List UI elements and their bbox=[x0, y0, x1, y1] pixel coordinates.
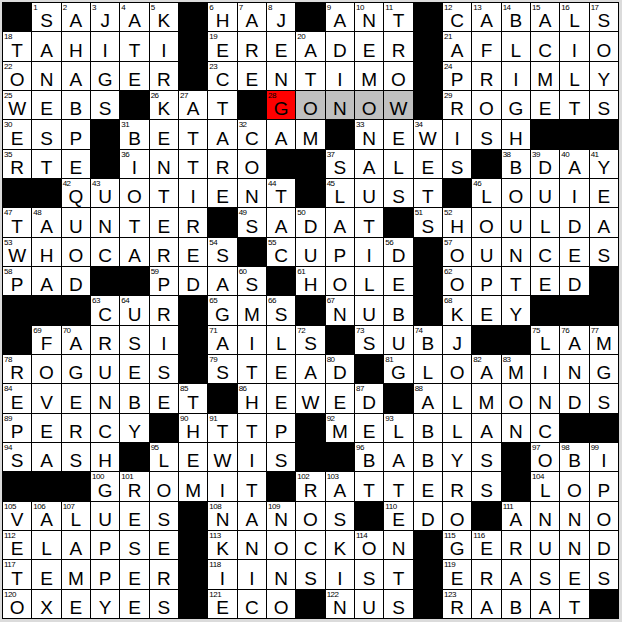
grid-cell[interactable]: 89P bbox=[3, 414, 31, 442]
grid-cell[interactable]: 101R bbox=[120, 472, 148, 500]
grid-cell[interactable]: A bbox=[32, 32, 60, 60]
grid-cell[interactable]: 108N bbox=[208, 502, 236, 530]
grid-cell[interactable]: 13A bbox=[472, 3, 500, 31]
grid-cell[interactable]: 24P bbox=[443, 62, 471, 90]
grid-cell[interactable]: 57O bbox=[443, 238, 471, 266]
grid-cell[interactable]: 31B bbox=[120, 120, 148, 148]
grid-cell[interactable]: K bbox=[326, 531, 354, 559]
grid-cell[interactable]: E bbox=[414, 472, 442, 500]
grid-cell[interactable]: E bbox=[120, 355, 148, 383]
grid-cell[interactable]: 23C bbox=[208, 62, 236, 90]
grid-cell[interactable]: P bbox=[91, 531, 119, 559]
grid-cell[interactable]: C bbox=[531, 414, 559, 442]
grid-cell[interactable]: N bbox=[531, 384, 559, 412]
grid-cell[interactable]: T bbox=[238, 355, 266, 383]
grid-cell[interactable]: E bbox=[150, 120, 178, 148]
grid-cell[interactable]: 81G bbox=[384, 355, 412, 383]
grid-cell[interactable]: 17S bbox=[590, 3, 618, 31]
grid-cell[interactable]: 43U bbox=[91, 179, 119, 207]
grid-cell[interactable]: R bbox=[150, 560, 178, 588]
grid-cell[interactable]: V bbox=[32, 384, 60, 412]
grid-cell[interactable]: E bbox=[267, 355, 295, 383]
grid-cell[interactable]: N bbox=[502, 414, 530, 442]
grid-cell[interactable]: D bbox=[560, 267, 588, 295]
grid-cell[interactable]: E bbox=[414, 150, 442, 178]
grid-cell[interactable]: 71A bbox=[208, 326, 236, 354]
grid-cell[interactable]: I bbox=[150, 326, 178, 354]
grid-cell[interactable]: D bbox=[326, 32, 354, 60]
grid-cell[interactable]: S bbox=[472, 443, 500, 471]
grid-cell[interactable]: 33N bbox=[355, 120, 383, 148]
grid-cell[interactable]: T bbox=[355, 472, 383, 500]
grid-cell[interactable]: O bbox=[120, 179, 148, 207]
grid-cell[interactable]: 113K bbox=[208, 531, 236, 559]
grid-cell[interactable]: O bbox=[443, 355, 471, 383]
grid-cell[interactable]: 106A bbox=[32, 502, 60, 530]
grid-cell[interactable]: U bbox=[296, 238, 324, 266]
grid-cell[interactable]: 92M bbox=[326, 414, 354, 442]
grid-cell[interactable]: E bbox=[120, 560, 148, 588]
grid-cell[interactable]: T bbox=[238, 472, 266, 500]
grid-cell[interactable]: T bbox=[384, 472, 412, 500]
grid-cell[interactable]: D bbox=[414, 502, 442, 530]
grid-cell[interactable]: E bbox=[208, 179, 236, 207]
grid-cell[interactable]: 64U bbox=[120, 296, 148, 324]
grid-cell[interactable]: G bbox=[590, 355, 618, 383]
grid-cell[interactable]: S bbox=[150, 502, 178, 530]
grid-cell[interactable]: D bbox=[560, 208, 588, 236]
grid-cell[interactable]: R bbox=[208, 150, 236, 178]
grid-cell[interactable]: O bbox=[502, 384, 530, 412]
grid-cell[interactable]: 117T bbox=[3, 560, 31, 588]
grid-cell[interactable]: E bbox=[384, 267, 412, 295]
grid-cell[interactable]: O bbox=[560, 472, 588, 500]
grid-cell[interactable]: 104L bbox=[531, 472, 559, 500]
grid-cell[interactable]: T bbox=[150, 179, 178, 207]
grid-cell[interactable]: Y bbox=[91, 590, 119, 618]
grid-cell[interactable]: S bbox=[590, 384, 618, 412]
grid-cell[interactable]: T bbox=[384, 560, 412, 588]
grid-cell[interactable]: T bbox=[355, 208, 383, 236]
grid-cell[interactable]: B bbox=[502, 590, 530, 618]
grid-cell[interactable]: 103A bbox=[326, 472, 354, 500]
grid-cell[interactable]: 15A bbox=[531, 3, 559, 31]
grid-cell[interactable]: S bbox=[472, 472, 500, 500]
grid-cell[interactable]: 87D bbox=[355, 384, 383, 412]
grid-cell[interactable]: N bbox=[91, 384, 119, 412]
grid-cell[interactable]: 2A bbox=[62, 3, 90, 31]
grid-cell[interactable]: U bbox=[472, 238, 500, 266]
grid-cell[interactable]: 45L bbox=[326, 179, 354, 207]
grid-cell[interactable]: 70A bbox=[62, 326, 90, 354]
grid-cell[interactable]: E bbox=[120, 590, 148, 618]
grid-cell[interactable]: H bbox=[32, 238, 60, 266]
grid-cell[interactable]: 118I bbox=[208, 560, 236, 588]
grid-cell[interactable]: A bbox=[502, 560, 530, 588]
selected-cell[interactable]: 28G bbox=[267, 91, 295, 119]
grid-cell[interactable]: T bbox=[296, 62, 324, 90]
grid-cell[interactable]: B bbox=[414, 414, 442, 442]
grid-cell[interactable]: W bbox=[296, 384, 324, 412]
grid-cell[interactable]: T bbox=[32, 150, 60, 178]
grid-cell[interactable]: C bbox=[91, 238, 119, 266]
grid-cell[interactable]: A bbox=[472, 414, 500, 442]
grid-cell[interactable]: U bbox=[384, 326, 412, 354]
grid-cell[interactable]: R bbox=[238, 32, 266, 60]
grid-cell[interactable]: E bbox=[32, 414, 60, 442]
grid-cell[interactable]: W bbox=[208, 443, 236, 471]
grid-cell[interactable]: 95L bbox=[150, 443, 178, 471]
grid-cell[interactable]: 109N bbox=[267, 502, 295, 530]
grid-cell[interactable]: 30E bbox=[3, 120, 31, 148]
grid-cell[interactable]: 98B bbox=[560, 443, 588, 471]
grid-cell[interactable]: T bbox=[179, 120, 207, 148]
grid-cell[interactable]: U bbox=[91, 355, 119, 383]
grid-cell[interactable]: N bbox=[267, 560, 295, 588]
grid-cell[interactable]: C bbox=[238, 590, 266, 618]
grid-cell[interactable]: 53W bbox=[3, 238, 31, 266]
grid-cell[interactable]: S bbox=[326, 502, 354, 530]
grid-cell[interactable]: N bbox=[384, 531, 412, 559]
grid-cell[interactable]: N bbox=[502, 238, 530, 266]
grid-cell[interactable]: 56D bbox=[384, 238, 412, 266]
grid-cell[interactable]: I bbox=[238, 443, 266, 471]
grid-cell[interactable]: F bbox=[472, 32, 500, 60]
grid-cell[interactable]: R bbox=[384, 32, 412, 60]
grid-cell[interactable]: P bbox=[472, 267, 500, 295]
grid-cell[interactable]: U bbox=[355, 179, 383, 207]
grid-cell[interactable]: G bbox=[62, 355, 90, 383]
grid-cell[interactable]: N bbox=[150, 150, 178, 178]
grid-cell[interactable]: I bbox=[208, 472, 236, 500]
grid-cell[interactable]: E bbox=[150, 208, 178, 236]
grid-cell[interactable]: 84E bbox=[3, 384, 31, 412]
grid-cell[interactable]: C bbox=[531, 32, 559, 60]
grid-cell[interactable]: 96B bbox=[355, 443, 383, 471]
grid-cell[interactable]: O bbox=[590, 32, 618, 60]
grid-cell[interactable]: I bbox=[326, 62, 354, 90]
grid-cell[interactable]: M bbox=[531, 62, 559, 90]
grid-cell[interactable]: Y bbox=[590, 62, 618, 90]
grid-cell[interactable]: I bbox=[443, 120, 471, 148]
grid-cell[interactable]: 60S bbox=[238, 267, 266, 295]
grid-cell[interactable]: P bbox=[91, 560, 119, 588]
grid-cell[interactable]: E bbox=[150, 384, 178, 412]
grid-cell[interactable]: 90H bbox=[179, 414, 207, 442]
grid-cell[interactable]: S bbox=[590, 560, 618, 588]
grid-cell[interactable]: R bbox=[443, 472, 471, 500]
grid-cell[interactable]: O bbox=[238, 150, 266, 178]
grid-cell[interactable]: E bbox=[267, 384, 295, 412]
grid-cell[interactable]: E bbox=[355, 414, 383, 442]
grid-cell[interactable]: 114O bbox=[355, 531, 383, 559]
grid-cell[interactable]: 36I bbox=[120, 150, 148, 178]
grid-cell[interactable]: M bbox=[296, 120, 324, 148]
grid-cell[interactable]: 68K bbox=[443, 296, 471, 324]
grid-cell[interactable]: 62O bbox=[443, 267, 471, 295]
grid-cell[interactable]: A bbox=[208, 120, 236, 148]
grid-cell[interactable]: 72S bbox=[296, 326, 324, 354]
grid-cell[interactable]: 65G bbox=[208, 296, 236, 324]
grid-cell[interactable]: B bbox=[120, 384, 148, 412]
grid-cell[interactable]: 99I bbox=[590, 443, 618, 471]
grid-cell[interactable]: S bbox=[267, 443, 295, 471]
grid-cell[interactable]: S bbox=[150, 355, 178, 383]
grid-cell[interactable]: M bbox=[62, 560, 90, 588]
grid-cell[interactable]: O bbox=[502, 179, 530, 207]
grid-cell[interactable]: T bbox=[414, 179, 442, 207]
grid-cell[interactable]: 91T bbox=[208, 414, 236, 442]
grid-cell[interactable]: 74B bbox=[414, 326, 442, 354]
grid-cell[interactable]: 25W bbox=[3, 91, 31, 119]
grid-cell[interactable]: U bbox=[531, 531, 559, 559]
grid-cell[interactable]: E bbox=[238, 62, 266, 90]
grid-cell[interactable]: H bbox=[502, 120, 530, 148]
grid-cell[interactable]: 39D bbox=[531, 150, 559, 178]
grid-cell[interactable]: T bbox=[179, 150, 207, 178]
grid-cell[interactable]: E bbox=[62, 384, 90, 412]
grid-cell[interactable]: E bbox=[62, 150, 90, 178]
grid-cell[interactable]: 102R bbox=[296, 472, 324, 500]
grid-cell[interactable]: E bbox=[32, 91, 60, 119]
grid-cell[interactable]: 7A bbox=[238, 3, 266, 31]
grid-cell[interactable]: A bbox=[62, 62, 90, 90]
grid-cell[interactable]: 32C bbox=[238, 120, 266, 148]
grid-cell[interactable]: N bbox=[531, 502, 559, 530]
grid-cell[interactable]: 12C bbox=[443, 3, 471, 31]
grid-cell[interactable]: L bbox=[531, 208, 559, 236]
grid-cell[interactable]: A bbox=[267, 120, 295, 148]
grid-cell[interactable]: 14B bbox=[502, 3, 530, 31]
grid-cell[interactable]: S bbox=[150, 590, 178, 618]
crossword-grid[interactable]: 1S2A3J4A5K6H7A8J9A10N11T12C13A14B15A16L1… bbox=[2, 2, 619, 619]
grid-cell[interactable]: R bbox=[62, 414, 90, 442]
grid-cell[interactable]: Y bbox=[502, 296, 530, 324]
grid-cell[interactable]: S bbox=[296, 560, 324, 588]
grid-cell[interactable]: 9A bbox=[326, 3, 354, 31]
grid-cell[interactable]: S bbox=[120, 326, 148, 354]
grid-cell[interactable]: A bbox=[62, 531, 90, 559]
grid-cell[interactable]: 41Y bbox=[590, 150, 618, 178]
grid-cell[interactable]: N bbox=[560, 355, 588, 383]
grid-cell[interactable]: 83M bbox=[502, 355, 530, 383]
grid-cell[interactable]: E bbox=[326, 384, 354, 412]
grid-cell[interactable]: T bbox=[560, 91, 588, 119]
grid-cell[interactable]: 111A bbox=[502, 502, 530, 530]
grid-cell[interactable]: O bbox=[590, 502, 618, 530]
grid-cell[interactable]: 54S bbox=[208, 238, 236, 266]
grid-cell[interactable]: 86H bbox=[238, 384, 266, 412]
grid-cell[interactable]: 47T bbox=[3, 208, 31, 236]
grid-cell[interactable]: S bbox=[590, 238, 618, 266]
grid-cell[interactable]: 29R bbox=[443, 91, 471, 119]
grid-cell[interactable]: E bbox=[531, 267, 559, 295]
grid-cell[interactable]: O bbox=[150, 472, 178, 500]
grid-cell[interactable]: C bbox=[531, 238, 559, 266]
grid-cell[interactable]: P bbox=[267, 414, 295, 442]
grid-cell[interactable]: 69F bbox=[32, 326, 60, 354]
grid-cell[interactable]: 105V bbox=[3, 502, 31, 530]
grid-cell[interactable]: 1S bbox=[32, 3, 60, 31]
grid-cell[interactable]: N bbox=[32, 62, 60, 90]
grid-cell[interactable]: 122N bbox=[326, 590, 354, 618]
grid-cell[interactable]: A bbox=[296, 355, 324, 383]
grid-cell[interactable]: M bbox=[355, 62, 383, 90]
grid-cell[interactable]: I bbox=[150, 32, 178, 60]
grid-cell[interactable]: E bbox=[384, 120, 412, 148]
grid-cell[interactable]: 18T bbox=[3, 32, 31, 60]
grid-cell[interactable]: E bbox=[560, 238, 588, 266]
grid-cell[interactable]: E bbox=[120, 62, 148, 90]
grid-cell[interactable]: L bbox=[560, 62, 588, 90]
grid-cell[interactable]: Y bbox=[120, 414, 148, 442]
grid-cell[interactable]: C bbox=[91, 414, 119, 442]
grid-cell[interactable]: 38B bbox=[502, 150, 530, 178]
grid-cell[interactable]: R bbox=[502, 531, 530, 559]
grid-cell[interactable]: 66S bbox=[267, 296, 295, 324]
grid-cell[interactable]: E bbox=[179, 443, 207, 471]
grid-cell[interactable]: 97O bbox=[531, 443, 559, 471]
grid-cell[interactable]: O bbox=[296, 502, 324, 530]
grid-cell[interactable]: 40A bbox=[560, 150, 588, 178]
grid-cell[interactable]: S bbox=[32, 120, 60, 148]
grid-cell[interactable]: E bbox=[531, 91, 559, 119]
grid-cell[interactable]: U bbox=[355, 590, 383, 618]
grid-cell[interactable]: 61H bbox=[296, 267, 324, 295]
grid-cell[interactable]: A bbox=[531, 590, 559, 618]
highlighted-word-cell[interactable]: O bbox=[296, 91, 324, 119]
grid-cell[interactable]: T bbox=[502, 267, 530, 295]
grid-cell[interactable]: 78R bbox=[3, 355, 31, 383]
grid-cell[interactable]: A bbox=[472, 590, 500, 618]
grid-cell[interactable]: X bbox=[32, 590, 60, 618]
grid-cell[interactable]: 27A bbox=[179, 91, 207, 119]
grid-cell[interactable]: S bbox=[472, 120, 500, 148]
grid-cell[interactable]: 3J bbox=[91, 3, 119, 31]
grid-cell[interactable]: N bbox=[238, 179, 266, 207]
grid-cell[interactable]: S bbox=[590, 91, 618, 119]
grid-cell[interactable]: 48A bbox=[32, 208, 60, 236]
grid-cell[interactable]: J bbox=[443, 326, 471, 354]
grid-cell[interactable]: S bbox=[91, 91, 119, 119]
grid-cell[interactable]: 120O bbox=[3, 590, 31, 618]
grid-cell[interactable]: 121E bbox=[208, 590, 236, 618]
grid-cell[interactable]: 42Q bbox=[62, 179, 90, 207]
grid-cell[interactable]: 82A bbox=[472, 355, 500, 383]
grid-cell[interactable]: 4A bbox=[120, 3, 148, 31]
grid-cell[interactable]: 49S bbox=[238, 208, 266, 236]
grid-cell[interactable]: E bbox=[590, 179, 618, 207]
grid-cell[interactable]: A bbox=[590, 208, 618, 236]
grid-cell[interactable]: 116E bbox=[472, 531, 500, 559]
grid-cell[interactable]: T bbox=[120, 208, 148, 236]
grid-cell[interactable]: 76A bbox=[560, 326, 588, 354]
grid-cell[interactable]: A bbox=[384, 443, 412, 471]
grid-cell[interactable]: A bbox=[326, 208, 354, 236]
grid-cell[interactable]: 11T bbox=[384, 3, 412, 31]
grid-cell[interactable]: B bbox=[62, 91, 90, 119]
grid-cell[interactable]: M bbox=[472, 384, 500, 412]
grid-cell[interactable]: 37S bbox=[326, 150, 354, 178]
grid-cell[interactable]: E bbox=[267, 32, 295, 60]
grid-cell[interactable]: 79S bbox=[208, 355, 236, 383]
grid-cell[interactable]: 115G bbox=[443, 531, 471, 559]
grid-cell[interactable]: D bbox=[62, 267, 90, 295]
grid-cell[interactable]: N bbox=[560, 502, 588, 530]
grid-cell[interactable]: O bbox=[32, 355, 60, 383]
grid-cell[interactable]: R bbox=[472, 560, 500, 588]
grid-cell[interactable]: R bbox=[91, 326, 119, 354]
grid-cell[interactable]: 35R bbox=[3, 150, 31, 178]
grid-cell[interactable]: 22O bbox=[3, 62, 31, 90]
grid-cell[interactable]: I bbox=[326, 560, 354, 588]
grid-cell[interactable]: 51S bbox=[414, 208, 442, 236]
grid-cell[interactable]: E bbox=[355, 32, 383, 60]
grid-cell[interactable]: 88A bbox=[414, 384, 442, 412]
grid-cell[interactable]: L bbox=[443, 384, 471, 412]
grid-cell[interactable]: H bbox=[91, 443, 119, 471]
grid-cell[interactable]: L bbox=[32, 531, 60, 559]
grid-cell[interactable]: 59P bbox=[150, 267, 178, 295]
grid-cell[interactable]: E bbox=[150, 531, 178, 559]
grid-cell[interactable]: 6H bbox=[208, 3, 236, 31]
grid-cell[interactable]: C bbox=[296, 531, 324, 559]
grid-cell[interactable]: A bbox=[120, 238, 148, 266]
grid-cell[interactable]: R bbox=[150, 296, 178, 324]
grid-cell[interactable]: S bbox=[355, 560, 383, 588]
grid-cell[interactable]: 94S bbox=[3, 443, 31, 471]
grid-cell[interactable]: I bbox=[560, 179, 588, 207]
grid-cell[interactable]: S bbox=[443, 150, 471, 178]
grid-cell[interactable]: 75L bbox=[531, 326, 559, 354]
grid-cell[interactable]: 10N bbox=[355, 3, 383, 31]
grid-cell[interactable]: D bbox=[560, 384, 588, 412]
grid-cell[interactable]: A bbox=[238, 502, 266, 530]
grid-cell[interactable]: L bbox=[414, 355, 442, 383]
grid-cell[interactable]: R bbox=[472, 62, 500, 90]
grid-cell[interactable]: 73S bbox=[355, 326, 383, 354]
grid-cell[interactable]: Y bbox=[443, 443, 471, 471]
grid-cell[interactable]: U bbox=[502, 208, 530, 236]
grid-cell[interactable]: I bbox=[238, 560, 266, 588]
grid-cell[interactable]: S bbox=[384, 590, 412, 618]
grid-cell[interactable]: L bbox=[384, 150, 412, 178]
grid-cell[interactable]: N bbox=[560, 531, 588, 559]
grid-cell[interactable]: S bbox=[531, 560, 559, 588]
grid-cell[interactable]: 5K bbox=[150, 3, 178, 31]
grid-cell[interactable]: M bbox=[238, 296, 266, 324]
grid-cell[interactable]: O bbox=[62, 238, 90, 266]
grid-cell[interactable]: N bbox=[267, 62, 295, 90]
grid-cell[interactable]: P bbox=[326, 238, 354, 266]
grid-cell[interactable]: 52H bbox=[443, 208, 471, 236]
grid-cell[interactable]: M bbox=[179, 472, 207, 500]
grid-cell[interactable]: L bbox=[267, 326, 295, 354]
grid-cell[interactable]: B bbox=[384, 296, 412, 324]
grid-cell[interactable]: A bbox=[32, 267, 60, 295]
grid-cell[interactable]: I bbox=[179, 179, 207, 207]
grid-cell[interactable]: O bbox=[267, 590, 295, 618]
grid-cell[interactable]: N bbox=[91, 208, 119, 236]
grid-cell[interactable]: 19E bbox=[208, 32, 236, 60]
grid-cell[interactable]: O bbox=[472, 91, 500, 119]
grid-cell[interactable]: I bbox=[531, 355, 559, 383]
grid-cell[interactable]: S bbox=[120, 531, 148, 559]
grid-cell[interactable]: L bbox=[443, 414, 471, 442]
grid-cell[interactable]: O bbox=[443, 502, 471, 530]
grid-cell[interactable]: T bbox=[208, 91, 236, 119]
grid-cell[interactable]: 67N bbox=[326, 296, 354, 324]
